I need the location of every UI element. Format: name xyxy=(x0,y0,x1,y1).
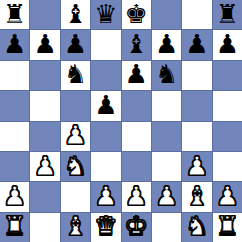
piece-white-knight[interactable]: ♞ xyxy=(185,213,208,239)
piece-white-pawn[interactable]: ♟ xyxy=(185,153,208,179)
square-h7[interactable]: ♟ xyxy=(213,30,242,59)
piece-black-knight[interactable]: ♞ xyxy=(64,61,87,87)
square-c2[interactable] xyxy=(61,182,90,211)
square-d6[interactable] xyxy=(91,61,120,90)
piece-white-pawn[interactable]: ♟ xyxy=(125,183,148,209)
square-g1[interactable]: ♞ xyxy=(182,213,211,242)
square-a3[interactable] xyxy=(0,152,29,181)
square-e3[interactable] xyxy=(122,152,151,181)
square-a8[interactable]: ♜ xyxy=(0,0,29,29)
piece-white-knight[interactable]: ♞ xyxy=(64,153,87,179)
square-d3[interactable] xyxy=(91,152,120,181)
piece-white-pawn[interactable]: ♟ xyxy=(64,122,87,148)
square-b3[interactable]: ♟ xyxy=(30,152,59,181)
square-c1[interactable]: ♝ xyxy=(61,213,90,242)
square-h8[interactable]: ♜ xyxy=(213,0,242,29)
square-b4[interactable] xyxy=(30,122,59,151)
piece-white-bishop[interactable]: ♝ xyxy=(64,213,87,239)
piece-black-pawn[interactable]: ♟ xyxy=(155,31,178,57)
square-h2[interactable]: ♟ xyxy=(213,182,242,211)
square-h6[interactable] xyxy=(213,61,242,90)
piece-black-pawn[interactable]: ♟ xyxy=(94,92,117,118)
square-g4[interactable] xyxy=(182,122,211,151)
square-a5[interactable] xyxy=(0,91,29,120)
piece-black-pawn[interactable]: ♟ xyxy=(216,31,239,57)
square-b2[interactable] xyxy=(30,182,59,211)
piece-white-pawn[interactable]: ♟ xyxy=(94,183,117,209)
piece-black-rook[interactable]: ♜ xyxy=(3,1,26,27)
piece-black-pawn[interactable]: ♟ xyxy=(3,31,26,57)
square-f2[interactable]: ♟ xyxy=(152,182,181,211)
piece-white-pawn[interactable]: ♟ xyxy=(155,183,178,209)
square-a1[interactable]: ♜ xyxy=(0,213,29,242)
square-c3[interactable]: ♞ xyxy=(61,152,90,181)
square-d7[interactable] xyxy=(91,30,120,59)
square-h4[interactable] xyxy=(213,122,242,151)
piece-black-rook[interactable]: ♜ xyxy=(216,1,239,27)
square-d4[interactable] xyxy=(91,122,120,151)
square-g8[interactable] xyxy=(182,0,211,29)
piece-black-knight[interactable]: ♞ xyxy=(155,61,178,87)
piece-black-bishop[interactable]: ♝ xyxy=(64,1,87,27)
square-a4[interactable] xyxy=(0,122,29,151)
square-e6[interactable]: ♟ xyxy=(122,61,151,90)
square-e8[interactable]: ♚ xyxy=(122,0,151,29)
square-b5[interactable] xyxy=(30,91,59,120)
square-f7[interactable]: ♟ xyxy=(152,30,181,59)
square-b6[interactable] xyxy=(30,61,59,90)
square-e5[interactable] xyxy=(122,91,151,120)
square-b1[interactable] xyxy=(30,213,59,242)
square-f5[interactable] xyxy=(152,91,181,120)
square-g6[interactable] xyxy=(182,61,211,90)
piece-white-rook[interactable]: ♜ xyxy=(216,213,239,239)
chess-board: ♜♝♛♚♜♟♟♟♝♟♟♟♞♟♞♟♟♟♞♟♟♟♟♟♝♟♜♝♛♚♞♜ xyxy=(0,0,242,242)
square-h3[interactable] xyxy=(213,152,242,181)
piece-black-pawn[interactable]: ♟ xyxy=(185,31,208,57)
piece-white-rook[interactable]: ♜ xyxy=(3,213,26,239)
square-f1[interactable] xyxy=(152,213,181,242)
piece-white-bishop[interactable]: ♝ xyxy=(185,183,208,209)
square-f4[interactable] xyxy=(152,122,181,151)
square-e1[interactable]: ♚ xyxy=(122,213,151,242)
square-a6[interactable] xyxy=(0,61,29,90)
square-c4[interactable]: ♟ xyxy=(61,122,90,151)
square-f3[interactable] xyxy=(152,152,181,181)
piece-white-pawn[interactable]: ♟ xyxy=(33,153,56,179)
piece-black-bishop[interactable]: ♝ xyxy=(125,31,148,57)
square-h5[interactable] xyxy=(213,91,242,120)
square-d1[interactable]: ♛ xyxy=(91,213,120,242)
square-d8[interactable]: ♛ xyxy=(91,0,120,29)
square-b8[interactable] xyxy=(30,0,59,29)
square-d2[interactable]: ♟ xyxy=(91,182,120,211)
piece-white-queen[interactable]: ♛ xyxy=(94,213,117,239)
square-g2[interactable]: ♝ xyxy=(182,182,211,211)
square-d5[interactable]: ♟ xyxy=(91,91,120,120)
piece-black-pawn[interactable]: ♟ xyxy=(125,61,148,87)
square-g3[interactable]: ♟ xyxy=(182,152,211,181)
square-c8[interactable]: ♝ xyxy=(61,0,90,29)
square-c6[interactable]: ♞ xyxy=(61,61,90,90)
square-h1[interactable]: ♜ xyxy=(213,213,242,242)
square-f8[interactable] xyxy=(152,0,181,29)
piece-black-pawn[interactable]: ♟ xyxy=(64,31,87,57)
piece-white-pawn[interactable]: ♟ xyxy=(3,183,26,209)
square-e7[interactable]: ♝ xyxy=(122,30,151,59)
square-g5[interactable] xyxy=(182,91,211,120)
square-a7[interactable]: ♟ xyxy=(0,30,29,59)
square-e4[interactable] xyxy=(122,122,151,151)
piece-black-queen[interactable]: ♛ xyxy=(94,1,117,27)
square-g7[interactable]: ♟ xyxy=(182,30,211,59)
square-b7[interactable]: ♟ xyxy=(30,30,59,59)
square-c5[interactable] xyxy=(61,91,90,120)
square-e2[interactable]: ♟ xyxy=(122,182,151,211)
piece-black-pawn[interactable]: ♟ xyxy=(33,31,56,57)
square-a2[interactable]: ♟ xyxy=(0,182,29,211)
square-c7[interactable]: ♟ xyxy=(61,30,90,59)
piece-white-pawn[interactable]: ♟ xyxy=(216,183,239,209)
piece-black-king[interactable]: ♚ xyxy=(125,1,148,27)
square-f6[interactable]: ♞ xyxy=(152,61,181,90)
piece-white-king[interactable]: ♚ xyxy=(125,213,148,239)
